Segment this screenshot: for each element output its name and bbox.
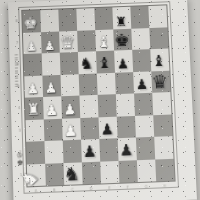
square-d6 xyxy=(78,51,97,73)
square-g1 xyxy=(137,159,156,182)
square-a5 xyxy=(24,75,43,98)
square-c3 xyxy=(62,118,81,141)
rank-label-4: 4 xyxy=(15,105,23,110)
square-b2 xyxy=(44,140,63,163)
square-a6 xyxy=(24,53,43,75)
square-f8 xyxy=(112,7,131,29)
square-f3 xyxy=(117,115,136,138)
square-e6 xyxy=(96,51,115,73)
square-h8 xyxy=(148,5,167,27)
square-e1 xyxy=(100,160,119,183)
square-e4 xyxy=(98,94,117,117)
board-brand-text xyxy=(15,54,18,89)
square-d4 xyxy=(79,95,98,118)
square-a7 xyxy=(23,32,42,54)
square-g3 xyxy=(135,115,154,138)
square-a1 xyxy=(27,163,46,186)
square-d5 xyxy=(79,73,98,96)
file-label-C: C xyxy=(63,186,82,192)
rank-label-3: 3 xyxy=(16,127,24,132)
file-label-D: D xyxy=(82,186,101,192)
square-g5 xyxy=(133,71,152,94)
square-b4 xyxy=(43,96,62,119)
chess-board: ♚♜♟♟♛♝♚♞♝♟♝♟♟♟♛♜♟♟♟♟♟♟♞♞ 87654321 ABCDEF… xyxy=(8,0,197,200)
square-h1 xyxy=(155,158,174,181)
file-label-F: F xyxy=(118,184,137,190)
square-b5 xyxy=(42,74,61,97)
square-g2 xyxy=(136,137,155,160)
square-c5 xyxy=(61,74,80,97)
square-b8 xyxy=(40,9,59,31)
square-g7 xyxy=(131,28,150,50)
file-label-B: B xyxy=(45,187,64,193)
crown-glyph: ♚ xyxy=(17,160,24,168)
file-label-E: E xyxy=(100,185,119,191)
square-a4 xyxy=(25,97,44,120)
square-h7 xyxy=(149,27,168,49)
square-c2 xyxy=(63,140,82,163)
square-a3 xyxy=(25,119,44,142)
square-b3 xyxy=(44,118,63,141)
square-c1 xyxy=(63,162,82,185)
square-c4 xyxy=(61,96,80,119)
square-g4 xyxy=(134,93,153,116)
rank-label-8: 8 xyxy=(12,18,20,23)
crown-emblem-icon: ♔♚ xyxy=(14,152,26,168)
square-c8 xyxy=(58,9,77,31)
square-e5 xyxy=(97,72,116,95)
square-e8 xyxy=(94,7,113,29)
rank-labels: 87654321 xyxy=(8,0,187,2)
square-e7 xyxy=(95,29,114,51)
square-h3 xyxy=(153,114,172,137)
rank-label-7: 7 xyxy=(13,40,21,45)
file-label-A: A xyxy=(26,188,45,194)
square-f2 xyxy=(118,138,137,161)
square-d7 xyxy=(77,30,96,52)
square-b1 xyxy=(45,163,64,186)
square-e3 xyxy=(98,116,117,139)
square-h4 xyxy=(152,92,171,115)
photo-scene: ♚♜♟♟♛♝♚♞♝♟♝♟♟♟♛♜♟♟♟♟♟♟♞♞ 87654321 ABCDEF… xyxy=(0,0,200,200)
square-f1 xyxy=(119,160,138,183)
square-f7 xyxy=(113,28,132,50)
square-a2 xyxy=(26,141,45,164)
square-a8 xyxy=(22,10,41,32)
square-e2 xyxy=(99,138,118,161)
square-b7 xyxy=(41,31,60,53)
square-f5 xyxy=(115,72,134,95)
square-f4 xyxy=(116,93,135,116)
file-label-H: H xyxy=(155,183,174,189)
rank-label-1: 1 xyxy=(17,171,25,177)
square-d2 xyxy=(81,139,100,162)
square-c6 xyxy=(60,52,79,74)
square-d3 xyxy=(80,117,99,140)
square-c7 xyxy=(59,30,78,52)
square-h5 xyxy=(151,70,170,93)
square-d8 xyxy=(76,8,95,30)
square-h6 xyxy=(150,48,169,70)
square-f6 xyxy=(114,50,133,72)
square-d1 xyxy=(82,161,101,184)
square-h2 xyxy=(154,136,173,159)
square-g8 xyxy=(130,6,149,28)
square-g6 xyxy=(132,49,151,71)
board-grid xyxy=(21,4,175,187)
photo-layer: ♚♜♟♟♛♝♚♞♝♟♝♟♟♟♛♜♟♟♟♟♟♟♞♞ 87654321 ABCDEF… xyxy=(0,0,200,200)
file-labels: ABCDEFGH xyxy=(8,0,187,2)
file-label-G: G xyxy=(137,183,156,189)
square-b6 xyxy=(42,53,61,75)
